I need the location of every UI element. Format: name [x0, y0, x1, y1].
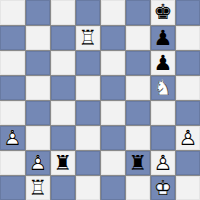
square-d3[interactable] [75, 125, 100, 150]
chess-board: ♚♜♖♟♟♞♘♟♙♟♙♟♙♜♜♟♙♜♖♚♔ [0, 0, 200, 200]
square-c8[interactable] [50, 0, 75, 25]
piece-black-pawn[interactable]: ♟ [154, 53, 173, 74]
square-f7[interactable] [125, 25, 150, 50]
piece-white-pawn[interactable]: ♟♙ [179, 128, 198, 149]
piece-black-king[interactable]: ♚ [154, 2, 173, 23]
square-a6[interactable] [0, 50, 25, 75]
square-b2[interactable]: ♟♙ [25, 150, 50, 175]
square-e6[interactable] [100, 50, 125, 75]
square-e1[interactable] [100, 175, 125, 200]
piece-white-rook[interactable]: ♜♖ [79, 28, 98, 49]
square-a5[interactable] [0, 75, 25, 100]
square-g5[interactable]: ♞♘ [150, 75, 175, 100]
square-a4[interactable] [0, 100, 25, 125]
square-b1[interactable]: ♜♖ [25, 175, 50, 200]
square-f4[interactable] [125, 100, 150, 125]
black-pawn-icon: ♟ [154, 53, 173, 74]
square-a2[interactable] [0, 150, 25, 175]
piece-black-pawn[interactable]: ♟ [154, 28, 173, 49]
square-f2[interactable]: ♜ [125, 150, 150, 175]
white-rook-icon: ♖ [79, 28, 98, 49]
square-g4[interactable] [150, 100, 175, 125]
square-d5[interactable] [75, 75, 100, 100]
white-pawn-icon: ♙ [29, 153, 48, 174]
square-g2[interactable]: ♟♙ [150, 150, 175, 175]
square-f3[interactable] [125, 125, 150, 150]
piece-white-knight[interactable]: ♞♘ [154, 78, 173, 99]
square-h8[interactable] [175, 0, 200, 25]
white-pawn-icon: ♙ [3, 128, 22, 149]
white-knight-icon: ♘ [154, 78, 173, 99]
square-a1[interactable] [0, 175, 25, 200]
square-e8[interactable] [100, 0, 125, 25]
black-rook-icon: ♜ [129, 153, 148, 174]
square-g1[interactable]: ♚♔ [150, 175, 175, 200]
square-d1[interactable] [75, 175, 100, 200]
piece-white-pawn[interactable]: ♟♙ [3, 128, 22, 149]
square-d7[interactable]: ♜♖ [75, 25, 100, 50]
square-b4[interactable] [25, 100, 50, 125]
square-f8[interactable] [125, 0, 150, 25]
square-e4[interactable] [100, 100, 125, 125]
white-king-icon: ♔ [154, 178, 173, 199]
square-h3[interactable]: ♟♙ [175, 125, 200, 150]
square-c1[interactable] [50, 175, 75, 200]
square-c5[interactable] [50, 75, 75, 100]
square-h5[interactable] [175, 75, 200, 100]
piece-white-pawn[interactable]: ♟♙ [29, 153, 48, 174]
square-c3[interactable] [50, 125, 75, 150]
square-a8[interactable] [0, 0, 25, 25]
square-a7[interactable] [0, 25, 25, 50]
square-b6[interactable] [25, 50, 50, 75]
square-g3[interactable] [150, 125, 175, 150]
square-c7[interactable] [50, 25, 75, 50]
piece-black-rook[interactable]: ♜ [129, 153, 148, 174]
square-c6[interactable] [50, 50, 75, 75]
square-b5[interactable] [25, 75, 50, 100]
square-h7[interactable] [175, 25, 200, 50]
piece-white-pawn[interactable]: ♟♙ [154, 153, 173, 174]
square-b8[interactable] [25, 0, 50, 25]
square-f5[interactable] [125, 75, 150, 100]
square-g6[interactable]: ♟ [150, 50, 175, 75]
square-g7[interactable]: ♟ [150, 25, 175, 50]
square-a3[interactable]: ♟♙ [0, 125, 25, 150]
square-c2[interactable]: ♜ [50, 150, 75, 175]
square-b7[interactable] [25, 25, 50, 50]
black-king-icon: ♚ [154, 2, 173, 23]
square-d8[interactable] [75, 0, 100, 25]
square-d4[interactable] [75, 100, 100, 125]
square-h1[interactable] [175, 175, 200, 200]
white-pawn-icon: ♙ [179, 128, 198, 149]
square-c4[interactable] [50, 100, 75, 125]
square-h2[interactable] [175, 150, 200, 175]
black-pawn-icon: ♟ [154, 28, 173, 49]
square-d6[interactable] [75, 50, 100, 75]
white-pawn-icon: ♙ [154, 153, 173, 174]
square-e5[interactable] [100, 75, 125, 100]
piece-white-rook[interactable]: ♜♖ [29, 178, 48, 199]
piece-black-rook[interactable]: ♜ [54, 153, 73, 174]
square-e2[interactable] [100, 150, 125, 175]
square-h6[interactable] [175, 50, 200, 75]
piece-white-king[interactable]: ♚♔ [154, 178, 173, 199]
square-d2[interactable] [75, 150, 100, 175]
square-e7[interactable] [100, 25, 125, 50]
square-g8[interactable]: ♚ [150, 0, 175, 25]
square-b3[interactable] [25, 125, 50, 150]
square-f1[interactable] [125, 175, 150, 200]
black-rook-icon: ♜ [54, 153, 73, 174]
square-f6[interactable] [125, 50, 150, 75]
square-e3[interactable] [100, 125, 125, 150]
white-rook-icon: ♖ [29, 178, 48, 199]
square-h4[interactable] [175, 100, 200, 125]
